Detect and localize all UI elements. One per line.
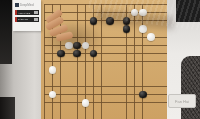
black-stone: [139, 91, 147, 99]
row-accent: [15, 17, 17, 22]
scoreboard-row-alphago: ALPHAGO: [15, 10, 39, 15]
scoreboard-sign: DeepMind ALPHAGO FAN HUI: [13, 0, 41, 31]
timer-chip: [34, 11, 38, 14]
white-stone: [147, 33, 155, 41]
bottom-left-dark-corner: [0, 97, 15, 119]
player-sweater: [181, 56, 200, 119]
player-name-tag: Fan Hui: [168, 94, 196, 108]
white-stone: [82, 99, 90, 107]
scoreboard-row-fanhui: FAN HUI: [15, 17, 39, 22]
row-accent: [15, 10, 17, 15]
timer-chip: [34, 18, 38, 21]
player-name-label: Fan Hui: [175, 99, 189, 104]
sign-brand-row: DeepMind: [15, 2, 39, 8]
deepmind-logo-icon: [15, 3, 19, 7]
black-stone: [123, 25, 131, 33]
sign-brand-text: DeepMind: [20, 4, 34, 7]
match-video-frame: DeepMind ALPHAGO FAN HUI Fan Hui: [0, 0, 200, 119]
white-stone: [49, 66, 57, 74]
left-dark-edge: [0, 0, 12, 64]
